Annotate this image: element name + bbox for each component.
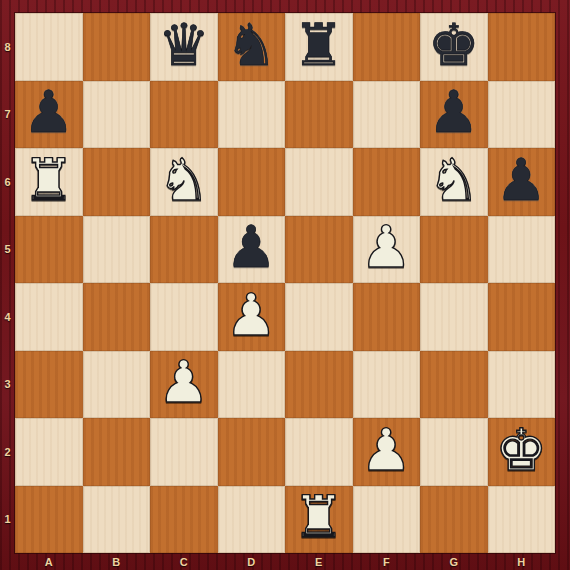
square-g4[interactable] xyxy=(420,283,488,351)
rank-label-6: 6 xyxy=(4,176,10,188)
piece-white-pawn[interactable]: ♟ xyxy=(158,353,210,411)
piece-black-rook[interactable]: ♜ xyxy=(293,16,345,74)
square-c7[interactable] xyxy=(150,81,218,149)
piece-black-king[interactable]: ♚ xyxy=(428,16,480,74)
square-a3[interactable] xyxy=(15,351,83,419)
piece-white-rook[interactable]: ♜ xyxy=(23,151,75,209)
square-h6[interactable]: ♟ xyxy=(488,148,556,216)
rank-label-5: 5 xyxy=(4,243,10,255)
square-c8[interactable]: ♛ xyxy=(150,13,218,81)
square-g2[interactable] xyxy=(420,418,488,486)
square-b6[interactable] xyxy=(83,148,151,216)
square-g5[interactable] xyxy=(420,216,488,284)
square-c2[interactable] xyxy=(150,418,218,486)
square-f6[interactable] xyxy=(353,148,421,216)
square-b7[interactable] xyxy=(83,81,151,149)
square-d4[interactable]: ♟ xyxy=(218,283,286,351)
piece-black-pawn[interactable]: ♟ xyxy=(225,218,277,276)
square-g8[interactable]: ♚ xyxy=(420,13,488,81)
square-a2[interactable] xyxy=(15,418,83,486)
square-e8[interactable]: ♜ xyxy=(285,13,353,81)
piece-black-pawn[interactable]: ♟ xyxy=(23,83,75,141)
square-b8[interactable] xyxy=(83,13,151,81)
file-label-c: C xyxy=(180,556,188,568)
square-h7[interactable] xyxy=(488,81,556,149)
square-a5[interactable] xyxy=(15,216,83,284)
square-f3[interactable] xyxy=(353,351,421,419)
square-e1[interactable]: ♜ xyxy=(285,486,353,554)
piece-white-pawn[interactable]: ♟ xyxy=(360,218,412,276)
square-d8[interactable]: ♞ xyxy=(218,13,286,81)
square-f2[interactable]: ♟ xyxy=(353,418,421,486)
square-a4[interactable] xyxy=(15,283,83,351)
file-label-e: E xyxy=(315,556,322,568)
file-label-f: F xyxy=(383,556,390,568)
rank-label-1: 1 xyxy=(4,513,10,525)
piece-white-knight[interactable]: ♞ xyxy=(428,151,480,209)
square-e7[interactable] xyxy=(285,81,353,149)
square-b1[interactable] xyxy=(83,486,151,554)
square-h2[interactable]: ♚ xyxy=(488,418,556,486)
square-h3[interactable] xyxy=(488,351,556,419)
square-a7[interactable]: ♟ xyxy=(15,81,83,149)
file-label-g: G xyxy=(449,556,458,568)
square-f8[interactable] xyxy=(353,13,421,81)
piece-white-knight[interactable]: ♞ xyxy=(158,151,210,209)
square-d5[interactable]: ♟ xyxy=(218,216,286,284)
rank-label-2: 2 xyxy=(4,446,10,458)
piece-white-pawn[interactable]: ♟ xyxy=(360,421,412,479)
piece-white-pawn[interactable]: ♟ xyxy=(225,286,277,344)
square-b5[interactable] xyxy=(83,216,151,284)
square-d3[interactable] xyxy=(218,351,286,419)
chess-board: ♛♞♜♚♟♟♜♞♞♟♟♟♟♟♟♚♜ xyxy=(15,13,555,553)
square-h8[interactable] xyxy=(488,13,556,81)
square-h4[interactable] xyxy=(488,283,556,351)
rank-label-8: 8 xyxy=(4,41,10,53)
square-d1[interactable] xyxy=(218,486,286,554)
square-e3[interactable] xyxy=(285,351,353,419)
piece-black-pawn[interactable]: ♟ xyxy=(495,151,547,209)
piece-white-rook[interactable]: ♜ xyxy=(293,488,345,546)
square-c4[interactable] xyxy=(150,283,218,351)
square-e2[interactable] xyxy=(285,418,353,486)
square-f4[interactable] xyxy=(353,283,421,351)
square-g1[interactable] xyxy=(420,486,488,554)
square-a8[interactable] xyxy=(15,13,83,81)
piece-black-pawn[interactable]: ♟ xyxy=(428,83,480,141)
rank-label-4: 4 xyxy=(4,311,10,323)
square-g7[interactable]: ♟ xyxy=(420,81,488,149)
square-g6[interactable]: ♞ xyxy=(420,148,488,216)
board-frame: ♛♞♜♚♟♟♜♞♞♟♟♟♟♟♟♚♜ 87654321ABCDEFGH xyxy=(0,0,570,570)
file-label-h: H xyxy=(517,556,525,568)
square-c3[interactable]: ♟ xyxy=(150,351,218,419)
square-g3[interactable] xyxy=(420,351,488,419)
square-e4[interactable] xyxy=(285,283,353,351)
square-b2[interactable] xyxy=(83,418,151,486)
square-h5[interactable] xyxy=(488,216,556,284)
square-d6[interactable] xyxy=(218,148,286,216)
square-b3[interactable] xyxy=(83,351,151,419)
piece-black-knight[interactable]: ♞ xyxy=(225,16,277,74)
square-d7[interactable] xyxy=(218,81,286,149)
square-f1[interactable] xyxy=(353,486,421,554)
square-b4[interactable] xyxy=(83,283,151,351)
square-e5[interactable] xyxy=(285,216,353,284)
square-c6[interactable]: ♞ xyxy=(150,148,218,216)
square-a6[interactable]: ♜ xyxy=(15,148,83,216)
rank-label-3: 3 xyxy=(4,378,10,390)
file-label-a: A xyxy=(45,556,53,568)
square-e6[interactable] xyxy=(285,148,353,216)
square-d2[interactable] xyxy=(218,418,286,486)
square-a1[interactable] xyxy=(15,486,83,554)
square-f7[interactable] xyxy=(353,81,421,149)
square-f5[interactable]: ♟ xyxy=(353,216,421,284)
file-label-d: D xyxy=(247,556,255,568)
square-h1[interactable] xyxy=(488,486,556,554)
square-c1[interactable] xyxy=(150,486,218,554)
square-c5[interactable] xyxy=(150,216,218,284)
file-label-b: B xyxy=(112,556,120,568)
piece-white-king[interactable]: ♚ xyxy=(495,421,547,479)
rank-label-7: 7 xyxy=(4,108,10,120)
piece-black-queen[interactable]: ♛ xyxy=(158,16,210,74)
